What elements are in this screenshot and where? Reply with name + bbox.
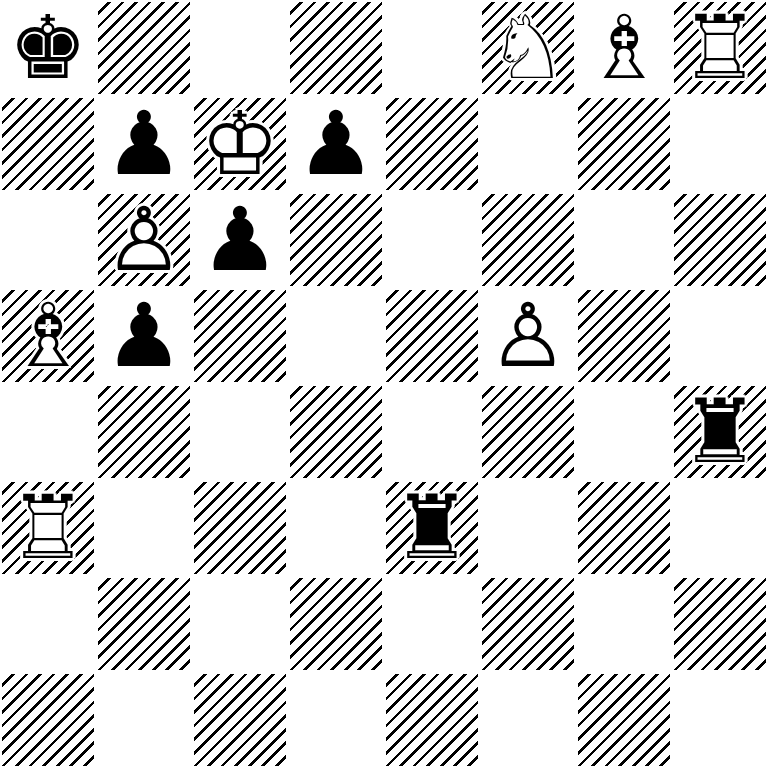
piece-white-pawn-b6: ♟♙ [96, 192, 192, 288]
square-d6[interactable] [288, 192, 384, 288]
black-piece-glyph: ♚ [0, 0, 96, 96]
square-g1[interactable] [576, 672, 672, 768]
square-d3[interactable] [288, 480, 384, 576]
piece-white-rook-a3: ♜♖ [0, 480, 96, 576]
square-g3[interactable] [576, 480, 672, 576]
square-g2[interactable] [576, 576, 672, 672]
square-b2[interactable] [96, 576, 192, 672]
square-e2[interactable] [384, 576, 480, 672]
square-b4[interactable] [96, 384, 192, 480]
black-piece-glyph: ♟ [96, 96, 192, 192]
white-piece-outline-layer: ♙ [96, 192, 192, 288]
square-f8[interactable]: ♞♘ [480, 0, 576, 96]
square-e7[interactable] [384, 96, 480, 192]
black-piece-glyph: ♜ [384, 480, 480, 576]
square-a8[interactable]: ♚ [0, 0, 96, 96]
square-b3[interactable] [96, 480, 192, 576]
piece-black-rook-h4: ♜ [672, 384, 768, 480]
square-f1[interactable] [480, 672, 576, 768]
piece-white-pawn-f5: ♟♙ [480, 288, 576, 384]
white-piece-outline-layer: ♗ [0, 288, 96, 384]
piece-black-pawn-c6: ♟ [192, 192, 288, 288]
piece-white-knight-f8: ♞♘ [480, 0, 576, 96]
black-piece-glyph: ♟ [288, 96, 384, 192]
square-f2[interactable] [480, 576, 576, 672]
chess-diagram: ♚♞♘♝♗♜♖♟♚♔♟♟♙♟♝♗♟♟♙♜♜♖♜ [0, 0, 768, 768]
square-h5[interactable] [672, 288, 768, 384]
square-d2[interactable] [288, 576, 384, 672]
square-a7[interactable] [0, 96, 96, 192]
square-g4[interactable] [576, 384, 672, 480]
square-h4[interactable]: ♜ [672, 384, 768, 480]
square-a1[interactable] [0, 672, 96, 768]
square-f6[interactable] [480, 192, 576, 288]
square-c8[interactable] [192, 0, 288, 96]
piece-black-king-a8: ♚ [0, 0, 96, 96]
white-piece-outline-layer: ♘ [480, 0, 576, 96]
square-b8[interactable] [96, 0, 192, 96]
square-g7[interactable] [576, 96, 672, 192]
piece-black-pawn-d7: ♟ [288, 96, 384, 192]
square-d7[interactable]: ♟ [288, 96, 384, 192]
square-e3[interactable]: ♜ [384, 480, 480, 576]
black-piece-glyph: ♟ [96, 288, 192, 384]
square-e1[interactable] [384, 672, 480, 768]
square-h1[interactable] [672, 672, 768, 768]
square-c1[interactable] [192, 672, 288, 768]
square-c2[interactable] [192, 576, 288, 672]
square-h8[interactable]: ♜♖ [672, 0, 768, 96]
piece-black-rook-e3: ♜ [384, 480, 480, 576]
square-h2[interactable] [672, 576, 768, 672]
white-piece-outline-layer: ♖ [0, 480, 96, 576]
square-a3[interactable]: ♜♖ [0, 480, 96, 576]
square-d1[interactable] [288, 672, 384, 768]
square-a2[interactable] [0, 576, 96, 672]
square-f5[interactable]: ♟♙ [480, 288, 576, 384]
square-g6[interactable] [576, 192, 672, 288]
square-f3[interactable] [480, 480, 576, 576]
square-b6[interactable]: ♟♙ [96, 192, 192, 288]
square-c5[interactable] [192, 288, 288, 384]
white-piece-outline-layer: ♔ [192, 96, 288, 192]
square-h6[interactable] [672, 192, 768, 288]
piece-black-pawn-b7: ♟ [96, 96, 192, 192]
square-c4[interactable] [192, 384, 288, 480]
square-a5[interactable]: ♝♗ [0, 288, 96, 384]
square-c3[interactable] [192, 480, 288, 576]
square-d8[interactable] [288, 0, 384, 96]
square-d4[interactable] [288, 384, 384, 480]
piece-white-bishop-g8: ♝♗ [576, 0, 672, 96]
square-h3[interactable] [672, 480, 768, 576]
square-e5[interactable] [384, 288, 480, 384]
square-f7[interactable] [480, 96, 576, 192]
piece-white-bishop-a5: ♝♗ [0, 288, 96, 384]
square-d5[interactable] [288, 288, 384, 384]
square-a6[interactable] [0, 192, 96, 288]
square-e6[interactable] [384, 192, 480, 288]
square-e8[interactable] [384, 0, 480, 96]
square-e4[interactable] [384, 384, 480, 480]
square-a4[interactable] [0, 384, 96, 480]
square-c6[interactable]: ♟ [192, 192, 288, 288]
piece-white-rook-h8: ♜♖ [672, 0, 768, 96]
white-piece-outline-layer: ♖ [672, 0, 768, 96]
square-b1[interactable] [96, 672, 192, 768]
square-g5[interactable] [576, 288, 672, 384]
chess-board: ♚♞♘♝♗♜♖♟♚♔♟♟♙♟♝♗♟♟♙♜♜♖♜ [0, 0, 768, 768]
square-h7[interactable] [672, 96, 768, 192]
square-c7[interactable]: ♚♔ [192, 96, 288, 192]
square-g8[interactable]: ♝♗ [576, 0, 672, 96]
piece-black-pawn-b5: ♟ [96, 288, 192, 384]
square-f4[interactable] [480, 384, 576, 480]
white-piece-outline-layer: ♙ [480, 288, 576, 384]
piece-white-king-c7: ♚♔ [192, 96, 288, 192]
square-b7[interactable]: ♟ [96, 96, 192, 192]
black-piece-glyph: ♜ [672, 384, 768, 480]
square-b5[interactable]: ♟ [96, 288, 192, 384]
black-piece-glyph: ♟ [192, 192, 288, 288]
white-piece-outline-layer: ♗ [576, 0, 672, 96]
